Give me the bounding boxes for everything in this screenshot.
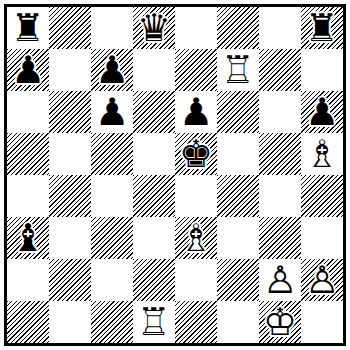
square-b2[interactable] [49,259,91,301]
square-h4[interactable] [301,175,343,217]
square-g4[interactable] [259,175,301,217]
square-a3[interactable]: ♝ [7,217,49,259]
piece-black-queen-icon: ♛ [133,7,175,49]
square-d7[interactable] [133,49,175,91]
square-a2[interactable] [7,259,49,301]
square-d8[interactable]: ♛ [133,7,175,49]
piece-white-rook-icon: ♖ [133,301,175,343]
square-d2[interactable] [133,259,175,301]
square-b7[interactable] [49,49,91,91]
square-e4[interactable] [175,175,217,217]
piece-black-pawn-icon: ♟ [91,91,133,133]
square-e2[interactable] [175,259,217,301]
square-c1[interactable] [91,301,133,343]
piece-white-rook-fill: ♜ [133,301,175,343]
piece-white-king-icon: ♔ [259,301,301,343]
square-h5[interactable]: ♝♗ [301,133,343,175]
square-c8[interactable] [91,7,133,49]
square-e5[interactable]: ♚ [175,133,217,175]
square-b5[interactable] [49,133,91,175]
piece-white-pawn-fill: ♟ [259,259,301,301]
square-h2[interactable]: ♟♙ [301,259,343,301]
square-f5[interactable] [217,133,259,175]
piece-black-rook-icon: ♜ [301,7,343,49]
square-c4[interactable] [91,175,133,217]
piece-white-bishop-icon: ♗ [175,217,217,259]
square-g7[interactable] [259,49,301,91]
square-b1[interactable] [49,301,91,343]
square-e8[interactable] [175,7,217,49]
square-c5[interactable] [91,133,133,175]
square-b6[interactable] [49,91,91,133]
square-a8[interactable]: ♜ [7,7,49,49]
piece-black-king-icon: ♚ [175,133,217,175]
square-c6[interactable]: ♟ [91,91,133,133]
piece-black-pawn-icon: ♟ [91,49,133,91]
square-a4[interactable] [7,175,49,217]
square-e7[interactable] [175,49,217,91]
piece-white-pawn-fill: ♟ [301,259,343,301]
square-d1[interactable]: ♜♖ [133,301,175,343]
square-h6[interactable]: ♟ [301,91,343,133]
chess-board: ♜♛♜♟♟♜♖♟♟♟♚♝♗♝♝♗♟♙♟♙♜♖♚♔ [7,7,343,343]
piece-black-pawn-icon: ♟ [7,49,49,91]
piece-black-rook-icon: ♜ [7,7,49,49]
square-h8[interactable]: ♜ [301,7,343,49]
square-d5[interactable] [133,133,175,175]
square-a1[interactable] [7,301,49,343]
piece-black-bishop-icon: ♝ [7,217,49,259]
square-c2[interactable] [91,259,133,301]
piece-white-bishop-fill: ♝ [175,217,217,259]
square-f4[interactable] [217,175,259,217]
piece-white-king-fill: ♚ [259,301,301,343]
square-d3[interactable] [133,217,175,259]
square-c3[interactable] [91,217,133,259]
piece-white-rook-icon: ♖ [217,49,259,91]
square-g2[interactable]: ♟♙ [259,259,301,301]
square-f1[interactable] [217,301,259,343]
square-e6[interactable]: ♟ [175,91,217,133]
square-f3[interactable] [217,217,259,259]
square-b4[interactable] [49,175,91,217]
square-f8[interactable] [217,7,259,49]
piece-white-pawn-icon: ♙ [259,259,301,301]
square-g6[interactable] [259,91,301,133]
square-f6[interactable] [217,91,259,133]
square-a6[interactable] [7,91,49,133]
square-f2[interactable] [217,259,259,301]
piece-white-pawn-icon: ♙ [301,259,343,301]
square-a7[interactable]: ♟ [7,49,49,91]
square-g1[interactable]: ♚♔ [259,301,301,343]
square-h7[interactable] [301,49,343,91]
square-e3[interactable]: ♝♗ [175,217,217,259]
square-b8[interactable] [49,7,91,49]
square-d6[interactable] [133,91,175,133]
square-b3[interactable] [49,217,91,259]
square-g3[interactable] [259,217,301,259]
square-e1[interactable] [175,301,217,343]
square-h1[interactable] [301,301,343,343]
square-g5[interactable] [259,133,301,175]
square-g8[interactable] [259,7,301,49]
square-d4[interactable] [133,175,175,217]
piece-white-rook-fill: ♜ [217,49,259,91]
piece-white-bishop-fill: ♝ [301,133,343,175]
square-h3[interactable] [301,217,343,259]
piece-black-pawn-icon: ♟ [301,91,343,133]
chess-diagram: ♜♛♜♟♟♜♖♟♟♟♚♝♗♝♝♗♟♙♟♙♜♖♚♔ [4,4,346,346]
piece-black-pawn-icon: ♟ [175,91,217,133]
piece-white-bishop-icon: ♗ [301,133,343,175]
square-f7[interactable]: ♜♖ [217,49,259,91]
square-a5[interactable] [7,133,49,175]
square-c7[interactable]: ♟ [91,49,133,91]
